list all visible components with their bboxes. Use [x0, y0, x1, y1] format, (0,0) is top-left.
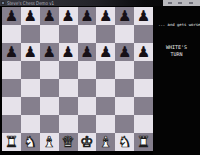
square-h7[interactable]	[134, 25, 153, 43]
square-d3[interactable]	[59, 97, 78, 115]
turn-line-2: TURN	[153, 51, 200, 58]
square-f2[interactable]	[96, 115, 115, 133]
white-rook: ♜	[5, 134, 18, 149]
window-title: Steve's Chess Demo v1	[7, 0, 54, 6]
square-d7[interactable]	[59, 25, 78, 43]
square-a2[interactable]	[2, 115, 21, 133]
square-a3[interactable]	[2, 97, 21, 115]
square-a5[interactable]	[2, 61, 21, 79]
square-d8[interactable]: ♟	[59, 7, 78, 25]
square-h5[interactable]	[134, 61, 153, 79]
square-c6[interactable]: ♟	[40, 43, 59, 61]
square-b2[interactable]	[21, 115, 40, 133]
black-pawn: ♟	[99, 8, 112, 23]
chess-board: ♟♟♟♟♟♟♟♟♟♟♟♟♟♟♟♟♜♞♝♛♚♝♞♜	[2, 7, 153, 151]
white-rook: ♜	[137, 134, 150, 149]
square-f4[interactable]	[96, 79, 115, 97]
window-close-button[interactable]	[189, 2, 193, 4]
square-g4[interactable]	[115, 79, 134, 97]
square-g6[interactable]: ♟	[115, 43, 134, 61]
square-g7[interactable]	[115, 25, 134, 43]
square-h3[interactable]	[134, 97, 153, 115]
square-h2[interactable]	[134, 115, 153, 133]
square-e3[interactable]	[78, 97, 97, 115]
square-h6[interactable]: ♟	[134, 43, 153, 61]
black-pawn: ♟	[118, 44, 131, 59]
square-a7[interactable]	[2, 25, 21, 43]
black-pawn: ♟	[5, 44, 18, 59]
square-b7[interactable]	[21, 25, 40, 43]
black-pawn: ♟	[24, 44, 37, 59]
square-d6[interactable]: ♟	[59, 43, 78, 61]
square-g3[interactable]	[115, 97, 134, 115]
square-e4[interactable]	[78, 79, 97, 97]
square-g5[interactable]	[115, 61, 134, 79]
black-pawn: ♟	[61, 8, 74, 23]
square-b6[interactable]: ♟	[21, 43, 40, 61]
square-c5[interactable]	[40, 61, 59, 79]
square-e1[interactable]: ♚	[78, 133, 97, 151]
turn-line-1: WHITE'S	[153, 44, 200, 51]
square-e7[interactable]	[78, 25, 97, 43]
black-pawn: ♟	[80, 44, 93, 59]
white-queen: ♛	[61, 134, 74, 149]
white-king: ♚	[80, 134, 93, 149]
app-icon	[1, 1, 5, 5]
square-g8[interactable]: ♟	[115, 7, 134, 25]
square-c3[interactable]	[40, 97, 59, 115]
square-b1[interactable]: ♞	[21, 133, 40, 151]
square-c2[interactable]	[40, 115, 59, 133]
square-g2[interactable]	[115, 115, 134, 133]
black-pawn: ♟	[118, 8, 131, 23]
black-pawn: ♟	[42, 8, 55, 23]
turn-indicator: WHITE'S TURN	[153, 44, 200, 58]
black-pawn: ♟	[24, 8, 37, 23]
square-e6[interactable]: ♟	[78, 43, 97, 61]
square-a1[interactable]: ♜	[2, 133, 21, 151]
black-pawn: ♟	[80, 8, 93, 23]
status-panel: ... and gets worse! WHITE'S TURN	[153, 6, 200, 155]
square-f6[interactable]: ♟	[96, 43, 115, 61]
square-d4[interactable]	[59, 79, 78, 97]
square-f3[interactable]	[96, 97, 115, 115]
black-pawn: ♟	[42, 44, 55, 59]
black-pawn: ♟	[61, 44, 74, 59]
square-a4[interactable]	[2, 79, 21, 97]
square-f1[interactable]: ♝	[96, 133, 115, 151]
square-h4[interactable]	[134, 79, 153, 97]
square-b4[interactable]	[21, 79, 40, 97]
black-pawn: ♟	[5, 8, 18, 23]
square-d5[interactable]	[59, 61, 78, 79]
black-pawn: ♟	[137, 44, 150, 59]
window-maximize-button[interactable]	[178, 2, 182, 4]
window-minimize-button[interactable]	[168, 2, 172, 4]
square-a6[interactable]: ♟	[2, 43, 21, 61]
square-c4[interactable]	[40, 79, 59, 97]
square-e5[interactable]	[78, 61, 97, 79]
square-e2[interactable]	[78, 115, 97, 133]
commentary-text: ... and gets worse!	[158, 22, 195, 27]
square-a8[interactable]: ♟	[2, 7, 21, 25]
white-knight: ♞	[118, 134, 131, 149]
square-g1[interactable]: ♞	[115, 133, 134, 151]
white-bishop: ♝	[42, 134, 55, 149]
white-bishop: ♝	[99, 134, 112, 149]
square-c8[interactable]: ♟	[40, 7, 59, 25]
square-f8[interactable]: ♟	[96, 7, 115, 25]
square-h1[interactable]: ♜	[134, 133, 153, 151]
square-d1[interactable]: ♛	[59, 133, 78, 151]
square-c7[interactable]	[40, 25, 59, 43]
square-d2[interactable]	[59, 115, 78, 133]
black-pawn: ♟	[137, 8, 150, 23]
black-pawn: ♟	[99, 44, 112, 59]
square-f5[interactable]	[96, 61, 115, 79]
white-knight: ♞	[24, 134, 37, 149]
square-b8[interactable]: ♟	[21, 7, 40, 25]
square-b5[interactable]	[21, 61, 40, 79]
square-c1[interactable]: ♝	[40, 133, 59, 151]
square-e8[interactable]: ♟	[78, 7, 97, 25]
square-b3[interactable]	[21, 97, 40, 115]
square-f7[interactable]	[96, 25, 115, 43]
square-h8[interactable]: ♟	[134, 7, 153, 25]
